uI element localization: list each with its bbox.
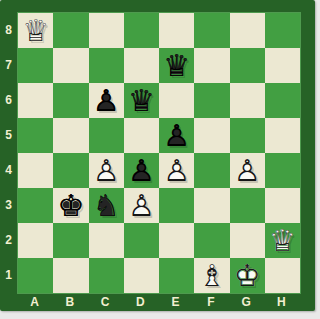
rank-label-6: 6 [0,82,17,117]
piece-black-queen[interactable]: ♛♕ [159,48,194,83]
piece-white-pawn[interactable]: ♟♙ [124,188,159,223]
bishop-icon: ♝ [194,258,229,293]
piece-black-pawn[interactable]: ♟♙ [124,153,159,188]
file-label-C: C [88,293,123,311]
pawn-outline-icon: ♙ [230,153,265,188]
piece-white-bishop[interactable]: ♝♗ [194,258,229,293]
square-b3[interactable]: ♚♔ [53,188,88,223]
square-b6[interactable] [53,83,88,118]
square-f6[interactable] [194,83,229,118]
rank-label-1: 1 [0,257,17,292]
pawn-outline-icon: ♙ [159,153,194,188]
queen-icon: ♛ [265,223,300,258]
square-g2[interactable] [230,223,265,258]
square-f2[interactable] [194,223,229,258]
square-h6[interactable] [265,83,300,118]
file-label-H: H [264,293,299,311]
king-icon: ♚ [230,258,265,293]
knight-icon: ♞ [89,188,124,223]
pawn-outline-icon: ♙ [89,83,124,118]
piece-black-queen[interactable]: ♛♕ [124,83,159,118]
square-e5[interactable]: ♟♙ [159,118,194,153]
square-e6[interactable] [159,83,194,118]
square-d7[interactable] [124,48,159,83]
square-d1[interactable] [124,258,159,293]
square-b8[interactable] [53,13,88,48]
square-b1[interactable] [53,258,88,293]
square-a8[interactable]: ♛♕ [18,13,53,48]
file-label-D: D [123,293,158,311]
square-g3[interactable] [230,188,265,223]
square-d5[interactable] [124,118,159,153]
square-d3[interactable]: ♟♙ [124,188,159,223]
square-f7[interactable] [194,48,229,83]
square-g6[interactable] [230,83,265,118]
queen-outline-icon: ♕ [159,48,194,83]
square-f5[interactable] [194,118,229,153]
rank-label-7: 7 [0,47,17,82]
file-label-B: B [52,293,87,311]
queen-icon: ♛ [124,83,159,118]
square-a5[interactable] [18,118,53,153]
square-g7[interactable] [230,48,265,83]
square-g5[interactable] [230,118,265,153]
square-c6[interactable]: ♟♙ [89,83,124,118]
square-b5[interactable] [53,118,88,153]
square-a2[interactable] [18,223,53,258]
pawn-icon: ♟ [124,153,159,188]
file-label-G: G [229,293,264,311]
square-c7[interactable] [89,48,124,83]
square-h5[interactable] [265,118,300,153]
square-d2[interactable] [124,223,159,258]
piece-white-pawn[interactable]: ♟♙ [159,153,194,188]
file-labels: ABCDEFGH [17,293,299,311]
square-b4[interactable] [53,153,88,188]
square-f1[interactable]: ♝♗ [194,258,229,293]
rank-label-4: 4 [0,152,17,187]
king-outline-icon: ♔ [230,258,265,293]
square-g4[interactable]: ♟♙ [230,153,265,188]
piece-black-pawn[interactable]: ♟♙ [89,83,124,118]
queen-outline-icon: ♕ [18,13,53,48]
square-h3[interactable] [265,188,300,223]
square-f3[interactable] [194,188,229,223]
square-a7[interactable] [18,48,53,83]
queen-icon: ♛ [159,48,194,83]
square-c2[interactable] [89,223,124,258]
file-label-E: E [158,293,193,311]
rank-label-2: 2 [0,222,17,257]
pawn-outline-icon: ♙ [89,153,124,188]
square-h7[interactable] [265,48,300,83]
square-g1[interactable]: ♚♔ [230,258,265,293]
piece-white-queen[interactable]: ♛♕ [18,13,53,48]
square-b2[interactable] [53,223,88,258]
king-outline-icon: ♔ [53,188,88,223]
piece-white-king[interactable]: ♚♔ [230,258,265,293]
square-e1[interactable] [159,258,194,293]
rank-label-3: 3 [0,187,17,222]
square-h4[interactable] [265,153,300,188]
file-label-F: F [193,293,228,311]
square-e2[interactable] [159,223,194,258]
square-e4[interactable]: ♟♙ [159,153,194,188]
pawn-outline-icon: ♙ [124,153,159,188]
square-a3[interactable] [18,188,53,223]
square-e7[interactable]: ♛♕ [159,48,194,83]
queen-outline-icon: ♕ [124,83,159,118]
square-d6[interactable]: ♛♕ [124,83,159,118]
piece-white-pawn[interactable]: ♟♙ [230,153,265,188]
square-h8[interactable] [265,13,300,48]
square-e3[interactable] [159,188,194,223]
queen-icon: ♛ [18,13,53,48]
square-d8[interactable] [124,13,159,48]
piece-white-pawn[interactable]: ♟♙ [89,153,124,188]
queen-outline-icon: ♕ [265,223,300,258]
bishop-outline-icon: ♗ [194,258,229,293]
chess-board-widget: 87654321 ♛♕♛♕♟♙♛♕♟♙♟♙♟♙♟♙♟♙♚♔♞♘♟♙♛♕♝♗♚♔ … [0,0,315,311]
square-d4[interactable]: ♟♙ [124,153,159,188]
king-icon: ♚ [53,188,88,223]
piece-black-knight[interactable]: ♞♘ [89,188,124,223]
square-e8[interactable] [159,13,194,48]
square-b7[interactable] [53,48,88,83]
pawn-icon: ♟ [159,118,194,153]
pawn-icon: ♟ [89,153,124,188]
pawn-icon: ♟ [89,83,124,118]
knight-outline-icon: ♘ [89,188,124,223]
square-c3[interactable]: ♞♘ [89,188,124,223]
square-c4[interactable]: ♟♙ [89,153,124,188]
rank-label-8: 8 [0,12,17,47]
chess-board: ♛♕♛♕♟♙♛♕♟♙♟♙♟♙♟♙♟♙♚♔♞♘♟♙♛♕♝♗♚♔ [17,12,301,294]
square-c1[interactable] [89,258,124,293]
page: 87654321 ♛♕♛♕♟♙♛♕♟♙♟♙♟♙♟♙♟♙♚♔♞♘♟♙♛♕♝♗♚♔ … [0,0,320,319]
square-f8[interactable] [194,13,229,48]
rank-label-5: 5 [0,117,17,152]
pawn-outline-icon: ♙ [124,188,159,223]
square-h1[interactable] [265,258,300,293]
pawn-icon: ♟ [124,188,159,223]
square-a1[interactable] [18,258,53,293]
pawn-outline-icon: ♙ [159,118,194,153]
pawn-icon: ♟ [230,153,265,188]
square-c5[interactable] [89,118,124,153]
square-a4[interactable] [18,153,53,188]
square-c8[interactable] [89,13,124,48]
piece-white-queen[interactable]: ♛♕ [265,223,300,258]
square-h2[interactable]: ♛♕ [265,223,300,258]
piece-black-pawn[interactable]: ♟♙ [159,118,194,153]
square-g8[interactable] [230,13,265,48]
square-a6[interactable] [18,83,53,118]
square-f4[interactable] [194,153,229,188]
file-label-A: A [17,293,52,311]
pawn-icon: ♟ [159,153,194,188]
piece-black-king[interactable]: ♚♔ [53,188,88,223]
rank-labels: 87654321 [0,12,17,292]
